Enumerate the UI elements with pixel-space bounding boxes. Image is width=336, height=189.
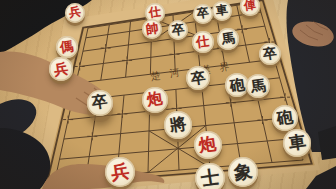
piece-character: 砲 (276, 109, 294, 127)
piece-character: 象 (233, 162, 253, 182)
captured-piece-red-horse[interactable]: 傌 (56, 36, 78, 58)
piece-black-soldier[interactable]: 卒 (193, 4, 213, 24)
piece-character: 馬 (250, 78, 267, 95)
piece-character: 兵 (68, 6, 81, 19)
piece-red-advisor[interactable]: 仕 (192, 31, 214, 53)
captured-piece-red-soldier[interactable]: 兵 (49, 57, 72, 80)
piece-black-general[interactable]: 將 (164, 111, 191, 138)
bottom-left-sleeve (0, 128, 50, 189)
piece-black-soldier[interactable]: 卒 (87, 90, 113, 116)
piece-character: 將 (169, 116, 187, 134)
piece-character: 馬 (221, 32, 236, 47)
piece-red-cannon[interactable]: 炮 (142, 87, 168, 113)
piece-character: 砲 (229, 77, 246, 94)
piece-character: 卒 (171, 23, 185, 37)
piece-character: 卒 (91, 94, 108, 111)
piece-character: 俥 (243, 0, 256, 13)
piece-character: 仕 (196, 35, 211, 50)
piece-character: 車 (215, 4, 228, 17)
piece-black-elephant[interactable]: 象 (228, 157, 258, 187)
captured-piece-red-soldier[interactable]: 兵 (65, 3, 85, 23)
piece-black-advisor[interactable]: 士 (195, 163, 226, 189)
piece-character: 兵 (110, 162, 130, 182)
piece-red-chariot[interactable]: 俥 (240, 0, 259, 16)
piece-character: 卒 (190, 70, 206, 86)
piece-black-soldier[interactable]: 卒 (186, 66, 210, 90)
bottom-player-hand (42, 164, 164, 189)
piece-character: 車 (287, 133, 306, 152)
piece-character: 炮 (146, 91, 163, 108)
piece-character: 兵 (53, 61, 69, 77)
piece-black-chariot[interactable]: 車 (283, 129, 311, 157)
piece-character: 仕 (148, 6, 161, 19)
piece-black-chariot[interactable]: 車 (212, 1, 232, 21)
piece-character: 士 (200, 168, 221, 189)
piece-black-horse[interactable]: 馬 (217, 28, 239, 50)
piece-character: 帥 (145, 22, 159, 36)
piece-red-soldier[interactable]: 兵 (105, 157, 135, 187)
piece-character: 卒 (196, 7, 209, 20)
photo-scene: 楚 河 漢 界 俥車仕兵卒帥卒馬仕傌卒兵卒砲馬炮卒砲將車炮兵象士 (0, 0, 336, 189)
piece-character: 傌 (60, 40, 75, 55)
piece-character: 炮 (198, 135, 217, 154)
piece-character: 卒 (262, 46, 277, 61)
